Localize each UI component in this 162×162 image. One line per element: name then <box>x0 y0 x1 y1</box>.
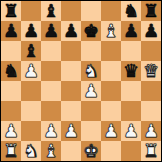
square-e5[interactable]: ♞ <box>81 61 101 81</box>
piece-black-pawn[interactable]: ♟ <box>143 21 159 41</box>
square-g6[interactable] <box>121 41 141 61</box>
square-h8[interactable]: ♜ <box>141 1 161 21</box>
square-g7[interactable]: ♟ <box>121 21 141 41</box>
piece-white-pawn[interactable]: ♟ <box>143 121 159 141</box>
square-h2[interactable]: ♟ <box>141 121 161 141</box>
square-c1[interactable]: ♝ <box>41 141 61 161</box>
square-e6[interactable] <box>81 41 101 61</box>
square-c7[interactable]: ♟ <box>41 21 61 41</box>
piece-white-pawn[interactable]: ♟ <box>83 81 99 101</box>
piece-black-knight[interactable]: ♞ <box>3 61 19 81</box>
square-f7[interactable]: ♝ <box>101 21 121 41</box>
piece-white-king[interactable]: ♚ <box>83 141 99 161</box>
piece-black-bishop[interactable]: ♝ <box>23 41 39 61</box>
square-e7[interactable]: ♚ <box>81 21 101 41</box>
square-d1[interactable] <box>61 141 81 161</box>
square-b1[interactable]: ♞ <box>21 141 41 161</box>
piece-white-rook[interactable]: ♜ <box>3 141 19 161</box>
square-h1[interactable]: ♜ <box>141 141 161 161</box>
piece-white-bishop[interactable]: ♝ <box>103 21 119 41</box>
square-a5[interactable]: ♞ <box>1 61 21 81</box>
square-d3[interactable] <box>61 101 81 121</box>
square-g2[interactable]: ♟ <box>121 121 141 141</box>
square-f6[interactable] <box>101 41 121 61</box>
piece-black-knight[interactable]: ♞ <box>123 1 139 21</box>
square-d4[interactable] <box>61 81 81 101</box>
piece-white-bishop[interactable]: ♝ <box>43 141 59 161</box>
square-c4[interactable] <box>41 81 61 101</box>
piece-black-rook[interactable]: ♜ <box>3 1 19 21</box>
square-f3[interactable] <box>101 101 121 121</box>
chess-board-grid: ♜♝♞♜♟♟♟♟♚♝♟♟♝♞♟♞♛♛♟♟♟♟♟♟♟♜♞♝♚♜ <box>1 1 161 161</box>
piece-black-queen[interactable]: ♛ <box>123 61 139 81</box>
square-g8[interactable]: ♞ <box>121 1 141 21</box>
square-g3[interactable] <box>121 101 141 121</box>
piece-white-knight[interactable]: ♞ <box>83 61 99 81</box>
square-c5[interactable] <box>41 61 61 81</box>
square-c8[interactable]: ♝ <box>41 1 61 21</box>
square-b3[interactable] <box>21 101 41 121</box>
square-d2[interactable]: ♟ <box>61 121 81 141</box>
square-h6[interactable] <box>141 41 161 61</box>
square-a1[interactable]: ♜ <box>1 141 21 161</box>
square-f4[interactable] <box>101 81 121 101</box>
square-a2[interactable]: ♟ <box>1 121 21 141</box>
square-a4[interactable] <box>1 81 21 101</box>
piece-white-rook[interactable]: ♜ <box>143 141 159 161</box>
chess-board: ♜♝♞♜♟♟♟♟♚♝♟♟♝♞♟♞♛♛♟♟♟♟♟♟♟♜♞♝♚♜ <box>0 0 162 162</box>
square-b6[interactable]: ♝ <box>21 41 41 61</box>
square-f1[interactable] <box>101 141 121 161</box>
piece-black-pawn[interactable]: ♟ <box>3 21 19 41</box>
square-a7[interactable]: ♟ <box>1 21 21 41</box>
square-c6[interactable] <box>41 41 61 61</box>
square-h7[interactable]: ♟ <box>141 21 161 41</box>
square-g4[interactable] <box>121 81 141 101</box>
piece-black-pawn[interactable]: ♟ <box>43 21 59 41</box>
square-e2[interactable] <box>81 121 101 141</box>
square-h3[interactable] <box>141 101 161 121</box>
square-f8[interactable] <box>101 1 121 21</box>
square-b4[interactable] <box>21 81 41 101</box>
piece-white-pawn[interactable]: ♟ <box>43 121 59 141</box>
piece-black-pawn[interactable]: ♟ <box>123 21 139 41</box>
square-g1[interactable] <box>121 141 141 161</box>
square-d5[interactable] <box>61 61 81 81</box>
square-b8[interactable] <box>21 1 41 21</box>
piece-black-pawn[interactable]: ♟ <box>63 21 79 41</box>
piece-black-rook[interactable]: ♜ <box>143 1 159 21</box>
piece-white-pawn[interactable]: ♟ <box>103 121 119 141</box>
square-e4[interactable]: ♟ <box>81 81 101 101</box>
square-e1[interactable]: ♚ <box>81 141 101 161</box>
piece-white-pawn[interactable]: ♟ <box>3 121 19 141</box>
square-c2[interactable]: ♟ <box>41 121 61 141</box>
piece-white-queen[interactable]: ♛ <box>143 61 159 81</box>
square-b5[interactable]: ♟ <box>21 61 41 81</box>
square-h4[interactable] <box>141 81 161 101</box>
piece-white-pawn[interactable]: ♟ <box>123 121 139 141</box>
piece-black-bishop[interactable]: ♝ <box>43 1 59 21</box>
square-h5[interactable]: ♛ <box>141 61 161 81</box>
square-b2[interactable] <box>21 121 41 141</box>
piece-black-king[interactable]: ♚ <box>83 21 99 41</box>
square-d8[interactable] <box>61 1 81 21</box>
square-f5[interactable] <box>101 61 121 81</box>
square-a3[interactable] <box>1 101 21 121</box>
square-e8[interactable] <box>81 1 101 21</box>
square-a6[interactable] <box>1 41 21 61</box>
square-b7[interactable]: ♟ <box>21 21 41 41</box>
square-g5[interactable]: ♛ <box>121 61 141 81</box>
piece-white-knight[interactable]: ♞ <box>23 141 39 161</box>
piece-white-pawn[interactable]: ♟ <box>63 121 79 141</box>
square-d6[interactable] <box>61 41 81 61</box>
square-f2[interactable]: ♟ <box>101 121 121 141</box>
square-c3[interactable] <box>41 101 61 121</box>
square-a8[interactable]: ♜ <box>1 1 21 21</box>
piece-white-pawn[interactable]: ♟ <box>23 61 39 81</box>
square-d7[interactable]: ♟ <box>61 21 81 41</box>
piece-black-pawn[interactable]: ♟ <box>23 21 39 41</box>
square-e3[interactable] <box>81 101 101 121</box>
